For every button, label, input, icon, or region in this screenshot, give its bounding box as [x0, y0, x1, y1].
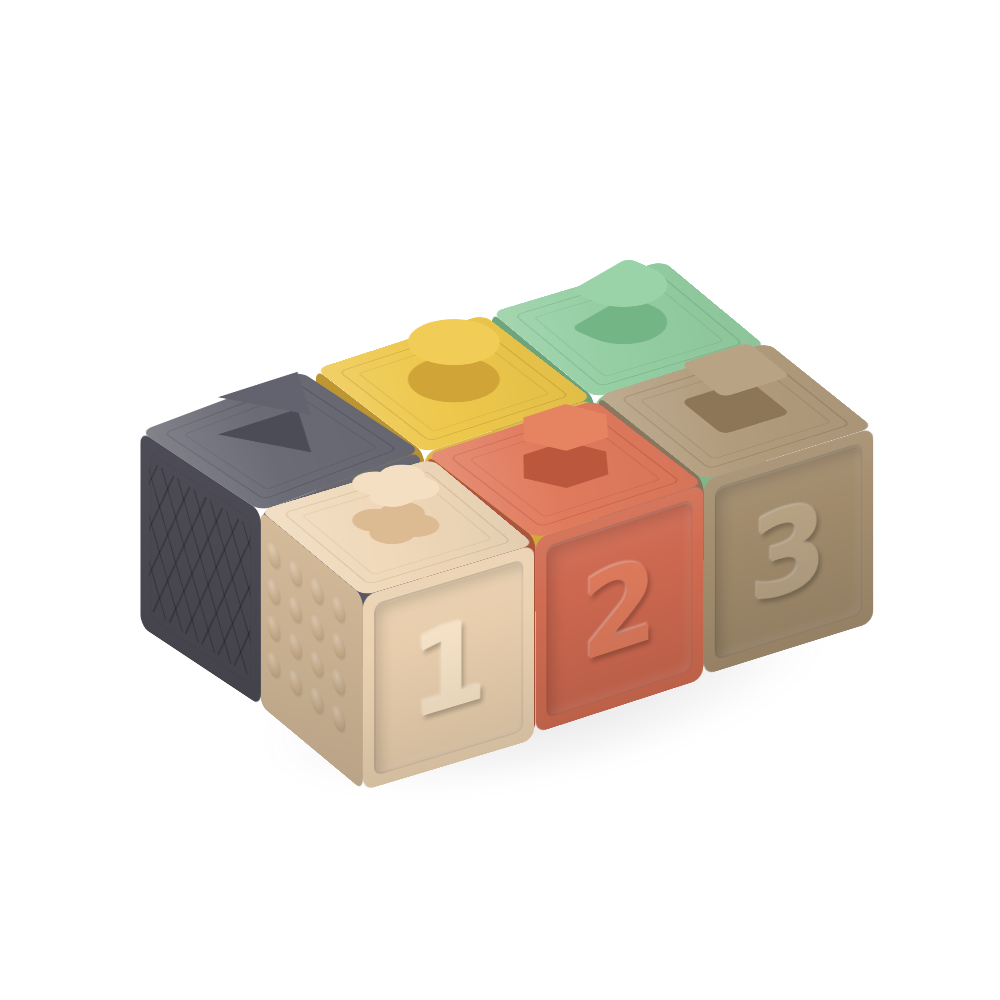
bump-dot — [332, 629, 344, 660]
embossed-number: 3 — [750, 482, 828, 621]
bump-dot — [267, 648, 279, 679]
bump-dot — [310, 575, 322, 606]
embossed-number: 1 — [409, 599, 488, 737]
product-photo-stage: 123 — [0, 0, 1000, 1000]
bump-dot — [332, 593, 344, 624]
bump-dot — [289, 593, 301, 624]
bump-dot — [289, 557, 301, 588]
bump-dot — [289, 629, 301, 660]
bump-dot — [289, 666, 301, 697]
bump-dot — [310, 611, 322, 642]
bump-dot — [332, 702, 344, 733]
bump-dot — [267, 575, 279, 606]
bump-dot — [310, 684, 322, 715]
bump-dot — [310, 647, 322, 678]
number-panel: 3 — [715, 442, 863, 660]
embossed-number: 2 — [581, 539, 658, 678]
bump-dot — [267, 539, 279, 570]
bump-dot — [267, 611, 279, 642]
bump-dot — [332, 665, 344, 696]
number-panel: 2 — [546, 499, 692, 719]
number-panel: 1 — [374, 559, 523, 776]
